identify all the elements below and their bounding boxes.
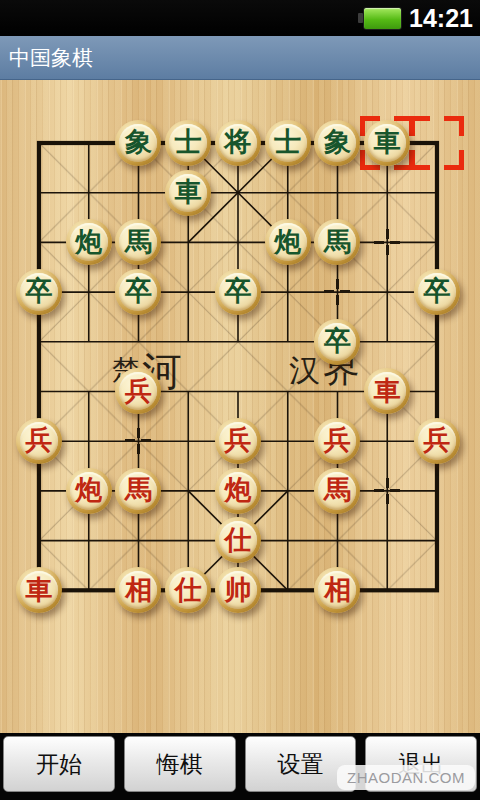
piece-glyph: 相 [125,576,152,603]
red-chariot[interactable]: 車 [364,368,410,414]
start-button[interactable]: 开始 [3,736,115,792]
undo-button[interactable]: 悔棋 [124,736,236,792]
black-elephant[interactable]: 象 [115,120,161,166]
piece-glyph: 帅 [224,576,251,603]
black-soldier[interactable]: 卒 [215,269,261,315]
piece-glyph: 炮 [75,476,102,503]
piece-glyph: 馬 [324,476,351,503]
red-soldier[interactable]: 兵 [16,418,62,464]
black-advisor[interactable]: 士 [265,120,311,166]
black-horse[interactable]: 馬 [314,219,360,265]
piece-glyph: 馬 [125,476,152,503]
black-cannon[interactable]: 炮 [66,219,112,265]
black-soldier[interactable]: 卒 [414,269,460,315]
piece-glyph: 馬 [125,228,152,255]
piece-glyph: 兵 [125,377,152,404]
piece-glyph: 車 [374,377,401,404]
piece-glyph: 兵 [324,426,351,453]
piece-glyph: 炮 [224,476,251,503]
black-advisor[interactable]: 士 [165,120,211,166]
status-clock: 14:21 [409,4,473,33]
red-horse[interactable]: 馬 [314,468,360,514]
red-king[interactable]: 帅 [215,567,261,613]
piece-glyph: 兵 [224,426,251,453]
black-soldier[interactable]: 卒 [314,319,360,365]
piece-glyph: 卒 [423,277,450,304]
piece-glyph: 士 [274,128,301,155]
red-advisor[interactable]: 仕 [215,517,261,563]
black-soldier[interactable]: 卒 [16,269,62,315]
piece-glyph: 卒 [224,277,251,304]
piece-glyph: 馬 [324,228,351,255]
piece-glyph: 炮 [274,228,301,255]
red-horse[interactable]: 馬 [115,468,161,514]
status-bar: 14:21 [0,0,480,36]
black-chariot[interactable]: 車 [165,170,211,216]
piece-glyph: 車 [175,178,202,205]
red-elephant[interactable]: 相 [314,567,360,613]
piece-glyph: 炮 [75,228,102,255]
piece-glyph: 兵 [423,426,450,453]
piece-glyph: 象 [324,128,351,155]
black-soldier[interactable]: 卒 [115,269,161,315]
red-cannon[interactable]: 炮 [215,468,261,514]
black-horse[interactable]: 馬 [115,219,161,265]
piece-glyph: 仕 [224,526,251,553]
piece-glyph: 象 [125,128,152,155]
piece-glyph: 兵 [25,426,52,453]
piece-glyph: 卒 [25,277,52,304]
watermark: ZHAODAN.COM [337,765,475,790]
phone-screen: 14:21 中国象棋 [0,0,480,800]
title-bar: 中国象棋 [0,36,480,80]
red-elephant[interactable]: 相 [115,567,161,613]
piece-glyph: 車 [374,128,401,155]
black-elephant[interactable]: 象 [314,120,360,166]
piece-glyph: 将 [224,128,251,155]
piece-glyph: 卒 [125,277,152,304]
battery-body [363,7,402,30]
piece-glyph: 車 [25,576,52,603]
black-chariot[interactable]: 車 [364,120,410,166]
red-soldier[interactable]: 兵 [414,418,460,464]
red-advisor[interactable]: 仕 [165,567,211,613]
red-cannon[interactable]: 炮 [66,468,112,514]
xiangqi-board[interactable]: 象士将士象車車炮馬炮馬卒卒卒卒卒兵車兵兵兵兵炮馬炮馬仕車相仕帅相 [14,118,462,615]
pieces-layer[interactable]: 象士将士象車車炮馬炮馬卒卒卒卒卒兵車兵兵兵兵炮馬炮馬仕車相仕帅相 [14,118,462,615]
app-title: 中国象棋 [0,44,93,72]
piece-glyph: 仕 [175,576,202,603]
piece-glyph: 卒 [324,327,351,354]
red-soldier[interactable]: 兵 [215,418,261,464]
piece-glyph: 士 [175,128,202,155]
piece-glyph: 相 [324,576,351,603]
red-chariot[interactable]: 車 [16,567,62,613]
black-cannon[interactable]: 炮 [265,219,311,265]
red-soldier[interactable]: 兵 [115,368,161,414]
battery-icon [358,7,402,30]
black-king[interactable]: 将 [215,120,261,166]
red-soldier[interactable]: 兵 [314,418,360,464]
